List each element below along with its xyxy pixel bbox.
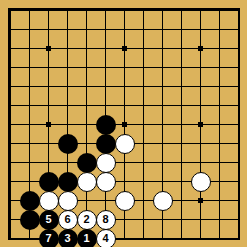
stone-white[interactable] <box>96 153 116 173</box>
stone-white[interactable] <box>115 134 135 154</box>
go-board: 56287314 <box>1 1 247 247</box>
hoshi-point <box>198 122 203 127</box>
hoshi-point <box>122 46 127 51</box>
stone-black[interactable] <box>96 134 116 154</box>
stone-black[interactable] <box>96 115 116 135</box>
go-diagram: { "game": "go", "board": { "size": 13, "… <box>0 0 247 247</box>
stone-white[interactable] <box>77 172 97 192</box>
stone-black[interactable] <box>20 191 40 211</box>
hoshi-point <box>46 122 51 127</box>
numbered-stone-black[interactable]: 1 <box>77 229 97 247</box>
stone-black[interactable] <box>39 172 59 192</box>
hoshi-point <box>198 46 203 51</box>
numbered-stone-black[interactable]: 3 <box>58 229 78 247</box>
stone-white[interactable] <box>39 191 59 211</box>
stone-black[interactable] <box>20 210 40 230</box>
numbered-stone-white[interactable]: 6 <box>58 210 78 230</box>
numbered-stone-white[interactable]: 4 <box>96 229 116 247</box>
stone-white[interactable] <box>58 191 78 211</box>
hoshi-point <box>46 46 51 51</box>
stone-white[interactable] <box>191 172 211 192</box>
numbered-stone-white[interactable]: 8 <box>96 210 116 230</box>
numbered-stone-black[interactable]: 7 <box>39 229 59 247</box>
stone-white[interactable] <box>153 191 173 211</box>
hoshi-point <box>122 122 127 127</box>
stone-black[interactable] <box>77 153 97 173</box>
hoshi-point <box>198 198 203 203</box>
numbered-stone-black[interactable]: 5 <box>39 210 59 230</box>
stone-black[interactable] <box>58 172 78 192</box>
stone-black[interactable] <box>58 134 78 154</box>
numbered-stone-white[interactable]: 2 <box>77 210 97 230</box>
stone-white[interactable] <box>115 191 135 211</box>
stone-white[interactable] <box>96 172 116 192</box>
